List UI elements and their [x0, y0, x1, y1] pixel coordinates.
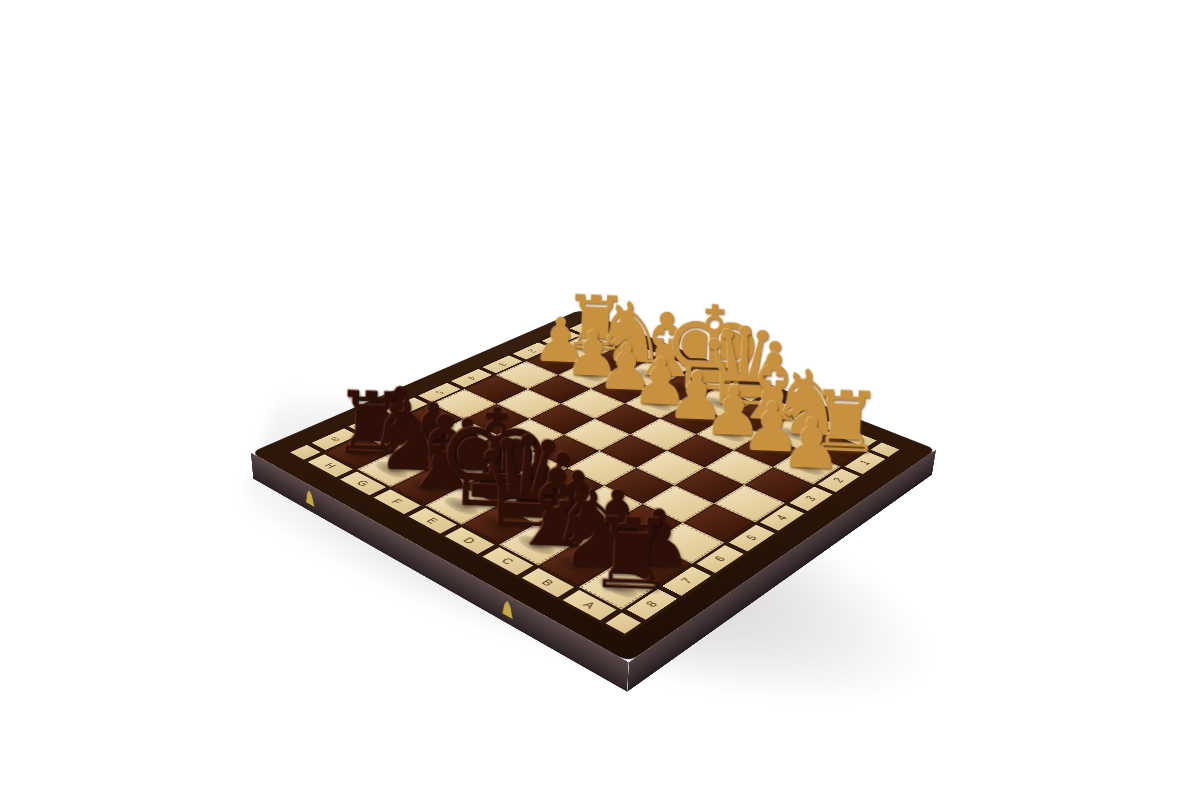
- perspective-scene: HGFEDCBA1♜♞♝♚♛♝♞♜12♟♟♟♟♟♟♟♟2334455667♟♟♟…: [0, 0, 1200, 800]
- piece-black-rook-a8[interactable]: ♜: [586, 504, 646, 604]
- brass-clasp-icon: [305, 488, 314, 507]
- piece-white-pawn-a2[interactable]: ♟: [779, 409, 830, 480]
- chess-board: HGFEDCBA1♜♞♝♚♛♝♞♜12♟♟♟♟♟♟♟♟2334455667♟♟♟…: [251, 310, 937, 662]
- product-photo-canvas: HGFEDCBA1♜♞♝♚♛♝♞♜12♟♟♟♟♟♟♟♟2334455667♟♟♟…: [0, 0, 1200, 800]
- camera-tilt-wrapper: HGFEDCBA1♜♞♝♚♛♝♞♜12♟♟♟♟♟♟♟♟2334455667♟♟♟…: [0, 0, 1200, 800]
- brass-clasp-icon: [502, 598, 512, 619]
